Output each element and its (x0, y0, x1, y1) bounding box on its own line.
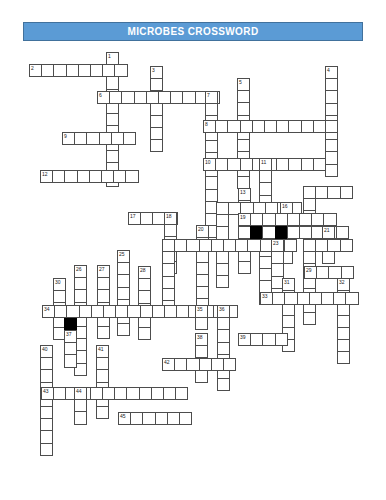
crossword-cell[interactable] (196, 262, 209, 275)
crossword-cell[interactable] (325, 164, 338, 177)
crossword-cell[interactable] (78, 64, 91, 77)
crossword-cell[interactable] (64, 354, 77, 367)
crossword-cell[interactable] (216, 275, 229, 288)
crossword-cell[interactable] (276, 158, 289, 171)
puzzle-title-bar: MICROBES CROSSWORD (23, 22, 363, 41)
clue-number: 4 (327, 68, 330, 73)
crossword-cell[interactable] (167, 412, 180, 425)
crossword-cell[interactable] (237, 102, 250, 115)
crossword-cell[interactable] (199, 358, 212, 371)
crossword-cell[interactable] (162, 288, 175, 301)
crossword-cell[interactable] (247, 239, 260, 252)
crossword-cell[interactable] (284, 239, 297, 252)
crossword-cell[interactable] (152, 305, 165, 318)
crossword-cell[interactable] (97, 326, 110, 339)
crossword-cell[interactable] (74, 132, 87, 145)
clue-number: 5 (239, 80, 242, 85)
crossword-cell[interactable] (325, 120, 338, 133)
crossword-cell[interactable] (287, 226, 300, 239)
crossword-cell[interactable] (262, 333, 275, 346)
crossword-cell[interactable] (114, 387, 127, 400)
crossword-cell[interactable] (162, 263, 175, 276)
clue-number: 31 (284, 280, 290, 285)
crossword-cell[interactable] (150, 78, 163, 91)
clue-number: 13 (240, 190, 246, 195)
crossword-cell[interactable] (287, 213, 300, 226)
crossword-cell[interactable] (64, 342, 77, 355)
crossword-cell[interactable] (252, 120, 265, 133)
crossword-cell[interactable] (288, 158, 301, 171)
crossword-cell[interactable] (174, 358, 187, 371)
crossword-cell[interactable] (259, 182, 272, 195)
clue-number: 45 (120, 414, 126, 419)
crossword-cell[interactable] (325, 78, 338, 91)
crossword-cell[interactable] (162, 276, 175, 289)
crossword-cell[interactable] (134, 91, 147, 104)
crossword-cell[interactable] (205, 103, 218, 116)
clue-number: 18 (166, 214, 172, 219)
crossword-cell[interactable] (186, 239, 199, 252)
crossword-cell[interactable] (272, 292, 285, 305)
crossword-cell[interactable] (102, 64, 115, 77)
clue-number: 32 (339, 280, 345, 285)
crossword-cell[interactable] (41, 64, 54, 77)
crossword-cell[interactable] (170, 91, 183, 104)
crossword-cell[interactable] (259, 170, 272, 183)
crossword-cell[interactable] (235, 239, 248, 252)
crossword-cell[interactable] (113, 170, 126, 183)
crossword-cell[interactable] (125, 170, 138, 183)
crossword-cell[interactable] (217, 378, 230, 391)
crossword-cell[interactable] (140, 305, 153, 318)
crossword-cell[interactable] (138, 290, 151, 303)
crossword-cell[interactable] (211, 239, 224, 252)
clue-number: 29 (306, 268, 312, 273)
crossword-cell[interactable] (96, 406, 109, 419)
crossword-cell[interactable] (323, 213, 336, 226)
clue-number: 35 (197, 307, 203, 312)
crossword-cell[interactable] (303, 198, 316, 211)
crossword-cell[interactable] (215, 158, 228, 171)
crossword-cell[interactable] (90, 387, 103, 400)
crossword-cell[interactable] (109, 91, 122, 104)
crossword-cell[interactable] (89, 170, 102, 183)
crossword-cell[interactable] (40, 430, 53, 443)
crossword-cell[interactable] (275, 333, 288, 346)
crossword-cell[interactable] (74, 399, 87, 412)
crossword-cell[interactable] (186, 358, 199, 371)
crossword-cell[interactable] (86, 132, 99, 145)
clue-number: 17 (130, 214, 136, 219)
clue-number: 20 (198, 227, 204, 232)
clue-number: 37 (66, 332, 72, 337)
crossword-cell[interactable] (313, 120, 326, 133)
clue-number: 36 (219, 307, 225, 312)
crossword-cell[interactable] (175, 387, 188, 400)
crossword-cell[interactable] (117, 262, 130, 275)
clue-number: 21 (324, 228, 330, 233)
crossword-cell[interactable] (216, 214, 229, 227)
crossword-cell[interactable] (345, 292, 358, 305)
crossword-cell[interactable] (111, 132, 124, 145)
crossword-cell[interactable] (223, 358, 236, 371)
crossword-cell[interactable] (325, 103, 338, 116)
crossword-cell[interactable] (240, 158, 253, 171)
crossword-cell[interactable] (146, 91, 159, 104)
crossword-cell[interactable] (271, 251, 284, 264)
crossword-cell[interactable] (40, 357, 53, 370)
crossword-cell[interactable] (138, 278, 151, 291)
clue-number: 7 (207, 93, 210, 98)
crossword-cell[interactable] (53, 387, 66, 400)
crossword-cell[interactable] (117, 287, 130, 300)
crossword-cell[interactable] (40, 443, 53, 456)
crossword-cell[interactable] (309, 292, 322, 305)
clue-number: 44 (76, 389, 82, 394)
crossword-cell[interactable] (303, 251, 316, 264)
crossword-cell[interactable] (340, 239, 353, 252)
clue-number: 33 (262, 294, 268, 299)
crossword-cell[interactable] (53, 290, 66, 303)
clue-number: 28 (140, 268, 146, 273)
crossword-cell[interactable] (337, 351, 350, 364)
crossword-cell[interactable] (130, 412, 143, 425)
clue-number: 11 (261, 160, 266, 165)
crossword-cell[interactable] (123, 132, 136, 145)
crossword-cell[interactable] (337, 327, 350, 340)
crossword-cell[interactable] (275, 213, 288, 226)
crossword-cell[interactable] (174, 239, 187, 252)
clue-number: 12 (42, 172, 48, 177)
puzzle-title: MICROBES CROSSWORD (127, 26, 258, 37)
crossword-cell[interactable] (74, 289, 87, 302)
crossword-cell[interactable] (227, 158, 240, 171)
crossword-cell[interactable] (96, 357, 109, 370)
crossword-cell[interactable] (276, 120, 289, 133)
crossword-cell[interactable] (117, 323, 130, 336)
crossword-cell[interactable] (54, 305, 67, 318)
crossword-cell[interactable] (106, 76, 119, 89)
clue-number: 8 (205, 122, 208, 127)
crossword-cell[interactable] (284, 292, 297, 305)
crossword-cell[interactable] (176, 305, 189, 318)
crossword-cell[interactable] (77, 170, 90, 183)
crossword-cell[interactable] (327, 239, 340, 252)
clue-number: 26 (76, 267, 82, 272)
crossword-cell[interactable] (250, 213, 263, 226)
clue-number: 25 (119, 252, 125, 257)
crossword-cell[interactable] (99, 132, 112, 145)
blocked-cell (275, 226, 288, 239)
crossword-cell[interactable] (288, 120, 301, 133)
crossword-cell[interactable] (237, 176, 250, 189)
crossword-cell[interactable] (150, 115, 163, 128)
clue-number: 42 (164, 360, 170, 365)
crossword-cell[interactable] (126, 387, 139, 400)
crossword-cell[interactable] (127, 305, 140, 318)
crossword-cell[interactable] (150, 103, 163, 116)
crossword-cell[interactable] (250, 333, 263, 346)
clue-number: 41 (98, 347, 104, 352)
crossword-cell[interactable] (337, 315, 350, 328)
clue-number: 43 (43, 389, 49, 394)
crossword-cell[interactable] (195, 317, 208, 330)
crossword-page: MICROBES CROSSWORD 123456789101112131415… (0, 0, 386, 500)
crossword-cell[interactable] (215, 120, 228, 133)
crossword-cell[interactable] (301, 120, 314, 133)
clue-number: 34 (44, 307, 50, 312)
crossword-cell[interactable] (79, 305, 92, 318)
crossword-cell[interactable] (262, 226, 275, 239)
crossword-cell[interactable] (66, 305, 79, 318)
crossword-cell[interactable] (97, 289, 110, 302)
crossword-cell[interactable] (216, 251, 229, 264)
clue-number: 40 (42, 347, 48, 352)
crossword-cell[interactable] (64, 170, 77, 183)
crossword-cell[interactable] (195, 370, 208, 383)
crossword-cell[interactable] (199, 239, 212, 252)
crossword-cell[interactable] (91, 305, 104, 318)
crossword-cell[interactable] (155, 412, 168, 425)
crossword-cell[interactable] (66, 64, 79, 77)
clue-number: 1 (108, 54, 111, 59)
crossword-cell[interactable] (340, 186, 353, 199)
crossword-cell[interactable] (333, 292, 346, 305)
crossword-cell[interactable] (216, 226, 229, 239)
crossword-cell[interactable] (303, 312, 316, 325)
crossword-cell[interactable] (182, 91, 195, 104)
crossword-cell[interactable] (240, 120, 253, 133)
clue-number: 9 (64, 134, 67, 139)
crossword-cell[interactable] (315, 239, 328, 252)
crossword-cell[interactable] (97, 277, 110, 290)
clue-number: 6 (99, 93, 102, 98)
crossword-cell[interactable] (315, 186, 328, 199)
clue-number: 16 (282, 204, 288, 209)
crossword-cell[interactable] (162, 251, 175, 264)
clue-number: 39 (240, 335, 246, 340)
clue-number: 10 (205, 160, 211, 165)
crossword-cell[interactable] (138, 327, 151, 340)
blocked-cell (250, 226, 263, 239)
crossword-cell[interactable] (325, 151, 338, 164)
crossword-cell[interactable] (114, 64, 127, 77)
crossword-cell[interactable] (52, 170, 65, 183)
crossword-cell[interactable] (205, 189, 218, 202)
crossword-cell[interactable] (96, 369, 109, 382)
crossword-cell[interactable] (74, 277, 87, 290)
crossword-cell[interactable] (217, 342, 230, 355)
crossword-cell[interactable] (142, 412, 155, 425)
clue-number: 38 (197, 335, 203, 340)
crossword-cell[interactable] (106, 150, 119, 163)
clue-number: 30 (55, 280, 61, 285)
crossword-cell[interactable] (196, 274, 209, 287)
crossword-cell[interactable] (282, 315, 295, 328)
crossword-cell[interactable] (325, 139, 338, 152)
crossword-cell[interactable] (117, 274, 130, 287)
clue-number: 23 (273, 241, 279, 246)
crossword-cell[interactable] (74, 411, 87, 424)
crossword-cell[interactable] (336, 226, 349, 239)
clue-number: 3 (152, 68, 155, 73)
clue-number: 27 (99, 267, 105, 272)
crossword-cell[interactable] (139, 387, 152, 400)
crossword-cell[interactable] (217, 317, 230, 330)
crossword-cell[interactable] (164, 224, 177, 237)
crossword-cell[interactable] (40, 418, 53, 431)
crossword-cell[interactable] (227, 120, 240, 133)
crossword-cell[interactable] (151, 387, 164, 400)
crossword-cell[interactable] (313, 158, 326, 171)
crossword-cell[interactable] (237, 90, 250, 103)
crossword-cell[interactable] (121, 91, 134, 104)
crossword-cell[interactable] (40, 369, 53, 382)
crossword-cell[interactable] (211, 358, 224, 371)
crossword-cell[interactable] (327, 186, 340, 199)
crossword-cell[interactable] (205, 140, 218, 153)
crossword-cell[interactable] (205, 176, 218, 189)
crossword-cell[interactable] (325, 90, 338, 103)
crossword-cell[interactable] (195, 345, 208, 358)
crossword-cell[interactable] (217, 329, 230, 342)
crossword-cell[interactable] (301, 158, 314, 171)
crossword-cell[interactable] (297, 292, 310, 305)
crossword-cell[interactable] (115, 305, 128, 318)
clue-number: 19 (240, 215, 246, 220)
crossword-cell[interactable] (179, 412, 192, 425)
crossword-cell[interactable] (53, 64, 66, 77)
crossword-cell[interactable] (262, 213, 275, 226)
crossword-cell[interactable] (140, 212, 153, 225)
clue-number: 2 (31, 66, 34, 71)
crossword-cell[interactable] (150, 139, 163, 152)
crossword-cell[interactable] (322, 250, 335, 263)
crossword-cell[interactable] (271, 263, 284, 276)
crossword-cell[interactable] (238, 261, 251, 274)
crossword-cell[interactable] (316, 266, 329, 279)
crossword-cell[interactable] (311, 213, 324, 226)
